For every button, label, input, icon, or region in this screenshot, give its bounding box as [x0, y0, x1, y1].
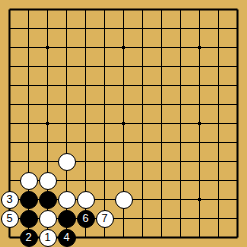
stone-move-number: 1: [44, 232, 50, 243]
stone-white: [58, 153, 76, 171]
stone-white: 1: [39, 229, 57, 247]
stone-white: [20, 172, 38, 190]
stone-white: [39, 210, 57, 228]
stone-black: [20, 191, 38, 209]
stone-white: [39, 172, 57, 190]
stone-white: [115, 191, 133, 209]
go-board-diagram: 3567214: [0, 0, 247, 247]
stone-white: 7: [96, 210, 114, 228]
stone-move-number: 2: [25, 232, 31, 243]
stone-black: 2: [20, 229, 38, 247]
stone-black: 6: [77, 210, 95, 228]
go-board: 3567214: [0, 0, 247, 247]
stone-black: [58, 210, 76, 228]
stone-move-number: 4: [63, 232, 69, 243]
stone-white: [77, 191, 95, 209]
stone-white: [58, 191, 76, 209]
stone-white: 5: [1, 210, 19, 228]
stone-black: 4: [58, 229, 76, 247]
stone-black: [20, 210, 38, 228]
stone-move-number: 3: [6, 194, 12, 205]
stone-black: [39, 191, 57, 209]
stone-white: 3: [1, 191, 19, 209]
stone-move-number: 6: [82, 213, 88, 224]
stone-move-number: 7: [101, 213, 107, 224]
stone-move-number: 5: [6, 213, 12, 224]
